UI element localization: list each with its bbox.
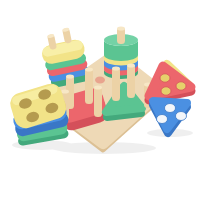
- brand-stamp: [95, 77, 105, 84]
- product-photo: [0, 0, 200, 200]
- blue-triangle-hole: [165, 104, 176, 113]
- triangle-peg-left: [112, 67, 120, 101]
- green-triangle-piece: [106, 64, 152, 118]
- toy-scene: [0, 0, 200, 200]
- oval-stack: [38, 25, 92, 89]
- left-square-stack: [8, 81, 70, 146]
- right-lower-triangle: [153, 101, 187, 133]
- square-peg-front-left-top: [61, 90, 69, 94]
- red-triangle-hole: [160, 74, 170, 82]
- blue-triangle-hole: [176, 112, 187, 121]
- square-peg-back-right: [85, 68, 93, 104]
- square-peg-back-left-top: [66, 75, 74, 79]
- circle-peg-top: [117, 27, 125, 31]
- square-peg-front-right: [94, 86, 102, 117]
- square-peg-front-right-top: [94, 86, 102, 90]
- red-triangle-hole: [161, 87, 171, 95]
- red-triangle-hole: [176, 82, 186, 90]
- triangle-peg-center: [127, 64, 135, 98]
- blue-triangle-hole: [157, 115, 168, 124]
- triangle-peg-center-top: [127, 64, 135, 68]
- square-peg-back-right-top: [85, 68, 93, 72]
- right-upper-triangles: [149, 64, 191, 100]
- triangle-peg-left-top: [112, 67, 120, 71]
